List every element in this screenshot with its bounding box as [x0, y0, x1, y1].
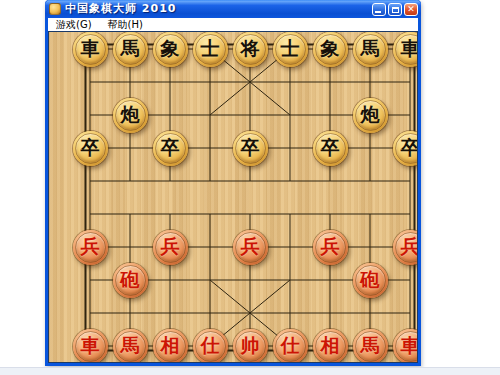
window-controls: ✕ [372, 3, 418, 16]
piece-red-cannon[interactable]: 砲 [113, 263, 148, 298]
close-icon: ✕ [407, 5, 415, 14]
piece-red-soldier[interactable]: 兵 [73, 230, 108, 265]
piece-red-chariot[interactable]: 馬 [353, 329, 388, 364]
piece-black-elephant[interactable]: 象 [153, 32, 188, 67]
piece-black-cannon[interactable]: 炮 [353, 98, 388, 133]
piece-glyph: 馬 [361, 39, 380, 59]
piece-black-elephant[interactable]: 象 [313, 32, 348, 67]
window-title: 中国象棋大师 2010 [65, 0, 372, 18]
piece-red-elephant[interactable]: 相 [313, 329, 348, 364]
piece-glyph: 炮 [361, 105, 380, 125]
piece-glyph: 馬 [121, 336, 140, 356]
piece-glyph: 炮 [121, 105, 140, 125]
piece-black-soldier[interactable]: 卒 [153, 131, 188, 166]
piece-glyph: 卒 [161, 138, 180, 158]
piece-red-chariot[interactable]: 車 [73, 329, 108, 364]
piece-red-soldier[interactable]: 兵 [233, 230, 268, 265]
piece-red-cannon[interactable]: 砲 [353, 263, 388, 298]
bottom-strip [0, 367, 500, 375]
piece-black-cannon[interactable]: 炮 [113, 98, 148, 133]
minimize-button[interactable] [372, 3, 386, 16]
piece-glyph: 砲 [361, 270, 380, 290]
maximize-icon [392, 7, 399, 13]
piece-glyph: 卒 [81, 138, 100, 158]
piece-glyph: 相 [161, 336, 180, 356]
piece-red-general[interactable]: 帅 [233, 329, 268, 364]
piece-black-advisor[interactable]: 士 [273, 32, 308, 67]
xiangqi-board[interactable]: 車馬象士将士象馬車炮炮卒卒卒卒卒兵兵兵兵兵砲砲車馬相仕帅仕相馬車 [48, 31, 418, 363]
piece-glyph: 仕 [281, 336, 300, 356]
piece-red-horse[interactable]: 馬 [113, 329, 148, 364]
piece-glyph: 将 [241, 39, 260, 59]
piece-glyph: 車 [81, 336, 100, 356]
piece-red-elephant[interactable]: 相 [153, 329, 188, 364]
piece-glyph: 兵 [321, 237, 340, 257]
piece-black-general[interactable]: 将 [233, 32, 268, 67]
minimize-icon [375, 11, 381, 13]
piece-glyph: 卒 [241, 138, 260, 158]
piece-glyph: 砲 [121, 270, 140, 290]
piece-glyph: 象 [321, 39, 340, 59]
piece-black-soldier[interactable]: 卒 [233, 131, 268, 166]
app-window: 中国象棋大师 2010 ✕ 游戏(G) 帮助(H) 車馬象士将士象馬車炮炮卒卒卒… [45, 0, 421, 366]
piece-glyph: 車 [401, 39, 419, 59]
piece-red-soldier[interactable]: 兵 [153, 230, 188, 265]
piece-black-chariot[interactable]: 車 [73, 32, 108, 67]
piece-glyph: 相 [321, 336, 340, 356]
piece-black-soldier[interactable]: 卒 [73, 131, 108, 166]
piece-glyph: 車 [401, 336, 419, 356]
app-icon [49, 3, 61, 15]
piece-glyph: 士 [201, 39, 220, 59]
piece-black-horse[interactable]: 馬 [353, 32, 388, 67]
desktop: 中国象棋大师 2010 ✕ 游戏(G) 帮助(H) 車馬象士将士象馬車炮炮卒卒卒… [0, 0, 500, 375]
maximize-button[interactable] [388, 3, 402, 16]
piece-glyph: 仕 [201, 336, 220, 356]
piece-glyph: 兵 [81, 237, 100, 257]
piece-black-horse[interactable]: 馬 [113, 32, 148, 67]
piece-glyph: 象 [161, 39, 180, 59]
piece-glyph: 卒 [401, 138, 419, 158]
piece-glyph: 士 [281, 39, 300, 59]
piece-black-advisor[interactable]: 士 [193, 32, 228, 67]
piece-glyph: 車 [81, 39, 100, 59]
piece-glyph: 馬 [121, 39, 140, 59]
piece-glyph: 兵 [161, 237, 180, 257]
menu-game[interactable]: 游戏(G) [56, 18, 92, 31]
piece-red-advisor[interactable]: 仕 [273, 329, 308, 364]
close-button[interactable]: ✕ [404, 3, 418, 16]
piece-glyph: 兵 [241, 237, 260, 257]
piece-glyph: 馬 [361, 336, 380, 356]
piece-black-soldier[interactable]: 卒 [313, 131, 348, 166]
piece-glyph: 卒 [321, 138, 340, 158]
piece-red-advisor[interactable]: 仕 [193, 329, 228, 364]
title-bar[interactable]: 中国象棋大师 2010 ✕ [45, 0, 421, 18]
piece-glyph: 帅 [241, 336, 260, 356]
piece-glyph: 兵 [401, 237, 419, 257]
board-grid [49, 32, 417, 362]
piece-red-soldier[interactable]: 兵 [313, 230, 348, 265]
menu-bar: 游戏(G) 帮助(H) [48, 18, 418, 31]
menu-help[interactable]: 帮助(H) [108, 18, 143, 31]
